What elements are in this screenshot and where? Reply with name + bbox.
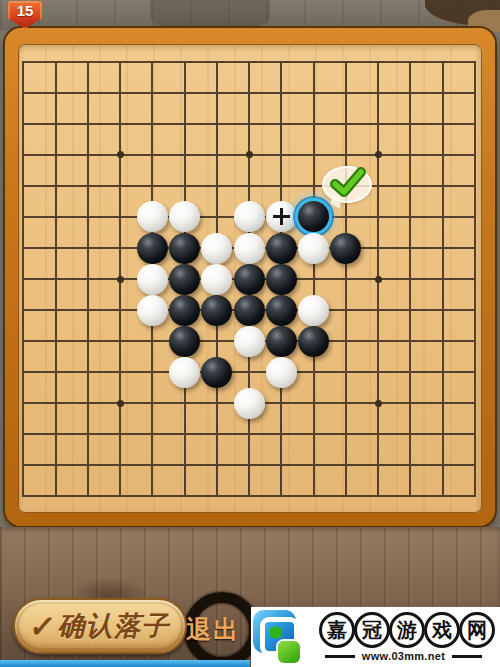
stone-black: [169, 295, 200, 326]
stone-black: [298, 326, 329, 357]
stone-black: [234, 295, 265, 326]
url-dash: [325, 655, 355, 658]
stone-black: [266, 295, 297, 326]
confirm-move-label: 确认落子: [58, 608, 170, 644]
logo-green-large-square: [278, 641, 300, 663]
stone-white: [201, 233, 232, 264]
site-char: 游: [389, 612, 425, 648]
stone-white: [298, 295, 329, 326]
last-move-plus-icon: [266, 201, 297, 232]
site-char: 冠: [354, 612, 390, 648]
watermark-site-name: 嘉 冠 游 戏 网: [319, 612, 494, 648]
stone-black: [330, 233, 361, 264]
stone-black: [169, 233, 200, 264]
grid-line-vertical: [409, 61, 411, 498]
site-char: 网: [459, 612, 495, 648]
stone-black: [201, 295, 232, 326]
check-icon: [327, 166, 367, 200]
stone-black: [266, 233, 297, 264]
stone-black: [201, 357, 232, 388]
grid-line-horizontal: [22, 464, 476, 466]
url-dash: [452, 655, 482, 658]
stone-black: [266, 326, 297, 357]
stone-white: [137, 295, 168, 326]
confirm-move-button[interactable]: ✓ 确认落子: [13, 598, 187, 654]
pending-stone[interactable]: [298, 201, 329, 232]
stone-white: [169, 201, 200, 232]
star-point: [246, 151, 253, 158]
stone-white: [298, 233, 329, 264]
star-point: [375, 400, 382, 407]
grid-line-vertical: [442, 61, 444, 498]
stone-black: [234, 264, 265, 295]
stone-white: [234, 388, 265, 419]
stone-white: [137, 201, 168, 232]
star-point: [375, 151, 382, 158]
stone-white: [234, 201, 265, 232]
stone-black: [266, 264, 297, 295]
star-point: [117, 151, 124, 158]
watermark-url: www.03mm.net: [362, 650, 445, 662]
stone-white: [169, 357, 200, 388]
watermark-banner: 嘉 冠 游 戏 网 www.03mm.net: [251, 607, 500, 667]
grid-line-vertical: [313, 61, 315, 498]
logo-green-small-square: [270, 627, 281, 638]
star-point: [375, 276, 382, 283]
stone-black: [169, 264, 200, 295]
bottom-blue-strip: [0, 660, 250, 667]
stone-white: [234, 326, 265, 357]
stone-white: [266, 357, 297, 388]
stone-white: [137, 264, 168, 295]
game-screen: 15 退出 ✓ 确认落子 嘉 冠 游 戏 网 www.03mm.net: [0, 0, 500, 667]
level-number: 15: [17, 1, 34, 21]
gomoku-board[interactable]: [0, 0, 500, 527]
stone-white: [201, 264, 232, 295]
grid-line-horizontal: [22, 433, 476, 435]
watermark-url-row: www.03mm.net: [311, 650, 496, 662]
grid-line-vertical: [345, 61, 347, 498]
site-char: 戏: [424, 612, 460, 648]
grid-line-horizontal: [22, 371, 476, 373]
stone-black: [169, 326, 200, 357]
stone-black: [137, 233, 168, 264]
check-glyph: ✓: [28, 609, 58, 644]
grid-line-vertical: [474, 61, 476, 498]
stone-white: [234, 233, 265, 264]
site-char: 嘉: [319, 612, 355, 648]
exit-button-label[interactable]: 退出: [186, 613, 258, 646]
grid-line-horizontal: [22, 495, 476, 497]
confirm-check-bubble: [322, 166, 372, 203]
star-point: [117, 400, 124, 407]
watermark-logo: [253, 609, 300, 665]
star-point: [117, 276, 124, 283]
